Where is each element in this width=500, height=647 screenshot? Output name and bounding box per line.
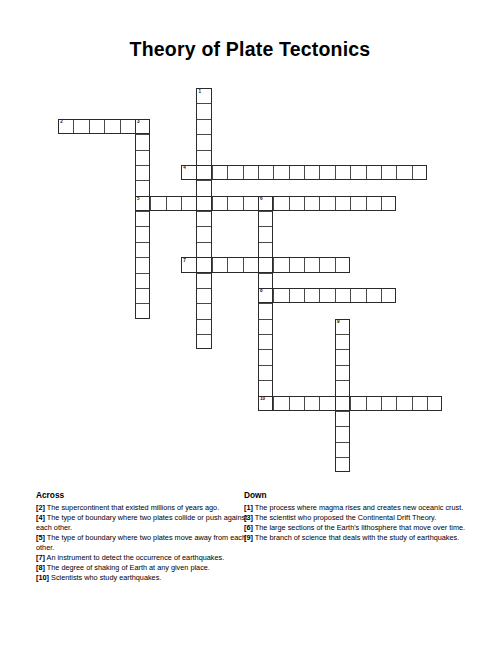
grid-cell[interactable]: [196, 165, 211, 180]
grid-cell[interactable]: [335, 457, 350, 472]
clue-number: [8]: [36, 563, 45, 572]
grid-cell[interactable]: [73, 119, 88, 134]
grid-cell[interactable]: [304, 257, 319, 272]
cell-number: 10: [260, 397, 265, 402]
grid-cell[interactable]: [335, 442, 350, 457]
grid-cell[interactable]: [227, 165, 242, 180]
grid-cell[interactable]: [243, 196, 258, 211]
grid-cell[interactable]: [227, 257, 242, 272]
across-clues: Across [2] The supercontinent that exist…: [36, 490, 254, 583]
grid-cell[interactable]: [196, 288, 211, 303]
grid-cell[interactable]: [258, 349, 273, 364]
grid-cell[interactable]: 4: [181, 165, 196, 180]
clue-7: [7] An instrument to detect the occurren…: [36, 553, 254, 563]
grid-cell[interactable]: [381, 196, 396, 211]
clue-number: [5]: [36, 533, 45, 542]
grid-cell[interactable]: [396, 165, 411, 180]
grid-cell[interactable]: [304, 196, 319, 211]
cell-number: 7: [183, 259, 186, 264]
grid-cell[interactable]: [335, 380, 350, 395]
grid-cell[interactable]: [273, 165, 288, 180]
grid-cell[interactable]: [350, 196, 365, 211]
grid-cell[interactable]: [196, 303, 211, 318]
grid-cell[interactable]: [366, 165, 381, 180]
grid-cell[interactable]: [181, 196, 196, 211]
grid-cell[interactable]: [196, 319, 211, 334]
clue-number: [7]: [36, 553, 45, 562]
grid-cell[interactable]: [350, 165, 365, 180]
across-clue-list: [2] The supercontinent that existed mill…: [36, 503, 254, 583]
grid-cell[interactable]: 6: [258, 196, 273, 211]
grid-cell[interactable]: [120, 119, 135, 134]
clue-text: The supercontinent that existed millions…: [45, 503, 219, 512]
clue-number: [4]: [36, 513, 45, 522]
grid-cell[interactable]: [212, 165, 227, 180]
grid-cell[interactable]: [196, 150, 211, 165]
grid-cell[interactable]: [289, 257, 304, 272]
grid-cell[interactable]: [135, 180, 150, 195]
grid-cell[interactable]: [381, 396, 396, 411]
grid-cell[interactable]: [135, 273, 150, 288]
grid-cell[interactable]: [350, 288, 365, 303]
grid-cell[interactable]: [304, 165, 319, 180]
grid-cell[interactable]: [196, 226, 211, 241]
cell-number: 1: [199, 90, 202, 95]
clue-2: [2] The supercontinent that existed mill…: [36, 503, 254, 513]
grid-cell[interactable]: 5: [135, 196, 150, 211]
grid-cell[interactable]: [258, 380, 273, 395]
grid-cell[interactable]: [273, 288, 288, 303]
cell-number: 6: [260, 197, 263, 202]
grid-cell[interactable]: [196, 257, 211, 272]
clue-number: [2]: [36, 503, 45, 512]
grid-cell[interactable]: [227, 196, 242, 211]
grid-cell[interactable]: [381, 165, 396, 180]
grid-cell[interactable]: [89, 119, 104, 134]
grid-cell[interactable]: [258, 365, 273, 380]
clue-5: [5] The type of boundary where two plate…: [36, 533, 254, 553]
grid-cell[interactable]: [258, 303, 273, 318]
grid-cell[interactable]: [335, 365, 350, 380]
crossword-grid: 12354681079: [58, 88, 442, 472]
clue-text: The type of boundary where two plates mo…: [36, 533, 246, 552]
grid-cell[interactable]: [196, 334, 211, 349]
grid-cell[interactable]: [381, 288, 396, 303]
grid-cell[interactable]: [366, 396, 381, 411]
grid-cell[interactable]: [104, 119, 119, 134]
grid-cell[interactable]: [135, 226, 150, 241]
grid-cell[interactable]: [427, 396, 442, 411]
page: { "game": "crossword", "title": "Theory …: [0, 0, 500, 647]
grid-cell[interactable]: [166, 196, 181, 211]
grid-cell[interactable]: 8: [258, 288, 273, 303]
grid-cell[interactable]: [135, 242, 150, 257]
grid-cell[interactable]: [150, 196, 165, 211]
grid-cell[interactable]: [135, 257, 150, 272]
grid-cell[interactable]: [196, 273, 211, 288]
grid-cell[interactable]: [350, 396, 365, 411]
grid-cell[interactable]: [258, 334, 273, 349]
clue-text: The branch of science that deals with th…: [253, 533, 459, 542]
grid-cell[interactable]: [412, 165, 427, 180]
grid-cell[interactable]: [319, 196, 334, 211]
grid-cell[interactable]: [366, 288, 381, 303]
grid-cell[interactable]: [135, 211, 150, 226]
grid-cell[interactable]: [196, 242, 211, 257]
clue-text: The process where magma rises and create…: [253, 503, 463, 512]
cell-number: 8: [260, 289, 263, 294]
clue-4: [4] The type of boundary where two plate…: [36, 513, 254, 533]
grid-cell[interactable]: [319, 288, 334, 303]
grid-cell[interactable]: [335, 196, 350, 211]
grid-cell[interactable]: [289, 196, 304, 211]
grid-cell[interactable]: [335, 426, 350, 441]
grid-cell[interactable]: 7: [181, 257, 196, 272]
grid-cell[interactable]: [396, 396, 411, 411]
clue-3: [3] The scientist who proposed the Conti…: [244, 513, 468, 523]
down-clue-list: [1] The process where magma rises and cr…: [244, 503, 468, 543]
grid-cell[interactable]: [273, 257, 288, 272]
grid-cell[interactable]: [273, 196, 288, 211]
grid-cell[interactable]: [243, 165, 258, 180]
cell-number: 3: [137, 120, 140, 125]
clue-9: [9] The branch of science that deals wit…: [244, 533, 468, 543]
grid-cell[interactable]: [335, 257, 350, 272]
cell-number: 4: [183, 166, 186, 171]
grid-cell[interactable]: [319, 396, 334, 411]
grid-cell[interactable]: [273, 396, 288, 411]
clue-number: [9]: [244, 533, 253, 542]
puzzle-title: Theory of Plate Tectonics: [0, 38, 500, 61]
cell-number: 2: [60, 120, 63, 125]
grid-cell[interactable]: [366, 196, 381, 211]
grid-cell[interactable]: [135, 165, 150, 180]
across-header: Across: [36, 490, 254, 500]
grid-cell[interactable]: 9: [335, 319, 350, 334]
grid-cell[interactable]: 3: [135, 119, 150, 134]
grid-cell[interactable]: [335, 396, 350, 411]
grid-cell[interactable]: [196, 119, 211, 134]
grid-cell[interactable]: [304, 396, 319, 411]
grid-cell[interactable]: [196, 196, 211, 211]
clue-text: The degree of shaking of Earth at any gi…: [45, 563, 210, 572]
grid-cell[interactable]: [135, 288, 150, 303]
grid-cell[interactable]: 2: [58, 119, 73, 134]
clue-text: The scientist who proposed the Continent…: [253, 513, 436, 522]
clue-text: The type of boundary where two plates co…: [36, 513, 247, 532]
grid-cell[interactable]: [335, 411, 350, 426]
grid-cell[interactable]: [212, 196, 227, 211]
grid-cell[interactable]: [135, 134, 150, 149]
grid-cell[interactable]: [335, 349, 350, 364]
grid-cell[interactable]: [243, 257, 258, 272]
grid-cell[interactable]: [319, 165, 334, 180]
clue-8: [8] The degree of shaking of Earth at an…: [36, 563, 254, 573]
clue-text: An instrument to detect the occurrence o…: [45, 553, 224, 562]
grid-cell[interactable]: [258, 226, 273, 241]
clue-1: [1] The process where magma rises and cr…: [244, 503, 468, 513]
grid-cell[interactable]: [289, 165, 304, 180]
grid-cell[interactable]: [319, 257, 334, 272]
clue-text: The large sections of the Earth's lithos…: [253, 523, 465, 532]
grid-cell[interactable]: [335, 334, 350, 349]
down-header: Down: [244, 490, 468, 500]
grid-cell[interactable]: [135, 150, 150, 165]
grid-cell[interactable]: [289, 288, 304, 303]
grid-cell[interactable]: [304, 288, 319, 303]
grid-cell[interactable]: [212, 257, 227, 272]
grid-cell[interactable]: [196, 134, 211, 149]
clue-number: [3]: [244, 513, 253, 522]
down-clues: Down [1] The process where magma rises a…: [244, 490, 468, 543]
cell-number: 5: [137, 197, 140, 202]
grid-cell[interactable]: [135, 303, 150, 318]
grid-cell[interactable]: [289, 396, 304, 411]
grid-cell[interactable]: [335, 165, 350, 180]
grid-cell[interactable]: 10: [258, 396, 273, 411]
grid-cell[interactable]: 1: [196, 88, 211, 103]
grid-cell[interactable]: [335, 288, 350, 303]
grid-cell[interactable]: [196, 103, 211, 118]
grid-cell[interactable]: [196, 180, 211, 195]
grid-cell[interactable]: [258, 165, 273, 180]
clue-number: [1]: [244, 503, 253, 512]
cell-number: 9: [337, 320, 340, 325]
grid-cell[interactable]: [258, 211, 273, 226]
grid-cell[interactable]: [258, 273, 273, 288]
grid-cell[interactable]: [258, 319, 273, 334]
clue-number: [10]: [36, 573, 49, 582]
grid-cell[interactable]: [196, 211, 211, 226]
grid-cell[interactable]: [258, 242, 273, 257]
grid-cell[interactable]: [412, 396, 427, 411]
clue-text: Scientists who study earthquakes.: [49, 573, 161, 582]
clue-6: [6] The large sections of the Earth's li…: [244, 523, 468, 533]
clue-10: [10] Scientists who study earthquakes.: [36, 573, 254, 583]
clue-number: [6]: [244, 523, 253, 532]
grid-cell[interactable]: [258, 257, 273, 272]
